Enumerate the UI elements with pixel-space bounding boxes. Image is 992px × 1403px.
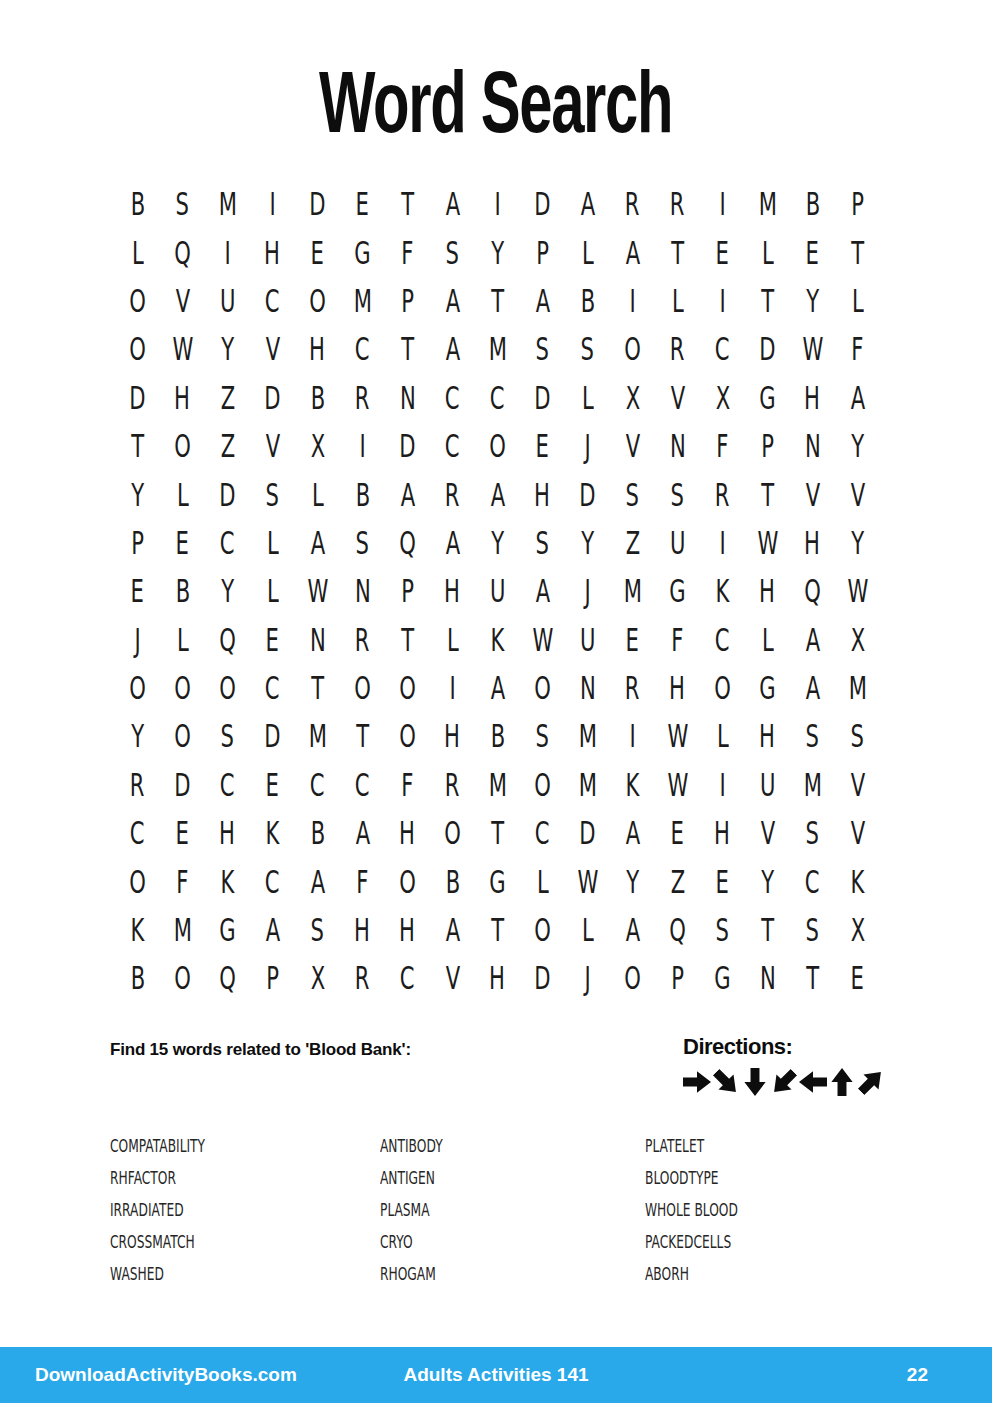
grid-cell: I [700, 761, 745, 809]
grid-cell: U [655, 519, 700, 567]
grid-cell: Y [205, 325, 250, 373]
grid-cell: D [745, 325, 790, 373]
grid-cell: Y [835, 519, 880, 567]
grid-cell: S [160, 180, 205, 228]
grid-cell: W [745, 519, 790, 567]
grid-cell: O [520, 664, 565, 712]
grid-cell: Q [205, 954, 250, 1002]
grid-cell: L [250, 567, 295, 615]
grid-cell: N [790, 422, 835, 470]
grid-cell: T [790, 954, 835, 1002]
grid-cell: H [790, 374, 835, 422]
grid-cell: B [115, 954, 160, 1002]
grid-cell: C [700, 616, 745, 664]
page-title-text: Word Search [319, 56, 672, 148]
grid-cell: I [610, 712, 655, 760]
arrow-down-left-icon [764, 1062, 804, 1102]
grid-cell: S [295, 906, 340, 954]
grid-cell: R [430, 761, 475, 809]
grid-cell: F [700, 422, 745, 470]
letter-grid: BSMIDETAIDARRIMBPLQIHEGFSYPLATELETOVUCOM… [115, 180, 880, 1003]
grid-cell: C [340, 325, 385, 373]
grid-cell: R [340, 616, 385, 664]
grid-cell: Z [205, 374, 250, 422]
grid-cell: Q [790, 567, 835, 615]
grid-cell: L [250, 519, 295, 567]
grid-cell: I [700, 180, 745, 228]
grid-cell: B [340, 470, 385, 518]
grid-cell: B [430, 857, 475, 905]
grid-cell: H [385, 809, 430, 857]
grid-cell: T [115, 422, 160, 470]
grid-cell: F [160, 857, 205, 905]
grid-cell: V [250, 422, 295, 470]
grid-cell: P [835, 180, 880, 228]
grid-cell: O [700, 664, 745, 712]
grid-cell: A [295, 857, 340, 905]
grid-cell: A [475, 470, 520, 518]
word-list-item: IRRADIATED [110, 1194, 242, 1226]
grid-cell: U [475, 567, 520, 615]
grid-cell: A [475, 664, 520, 712]
grid-cell: P [385, 567, 430, 615]
grid-cell: L [835, 277, 880, 325]
grid-cell: Y [565, 519, 610, 567]
grid-cell: P [250, 954, 295, 1002]
grid-cell: B [295, 374, 340, 422]
grid-cell: L [745, 616, 790, 664]
grid-cell: D [160, 761, 205, 809]
page-title: Word Search [0, 56, 992, 148]
word-list-item: COMPATABILITY [110, 1130, 242, 1162]
grid-cell: Y [475, 519, 520, 567]
grid-cell: F [385, 228, 430, 276]
grid-cell: S [655, 470, 700, 518]
grid-cell: V [835, 809, 880, 857]
grid-cell: M [565, 712, 610, 760]
footer-page-number: 22 [907, 1364, 928, 1386]
arrow-left-icon [799, 1068, 827, 1096]
grid-cell: E [655, 809, 700, 857]
grid-cell: S [520, 519, 565, 567]
grid-cell: L [565, 374, 610, 422]
grid-cell: B [790, 180, 835, 228]
grid-cell: O [340, 664, 385, 712]
grid-cell: E [160, 809, 205, 857]
grid-cell: A [430, 906, 475, 954]
grid-cell: M [790, 761, 835, 809]
grid-cell: Q [205, 616, 250, 664]
grid-cell: Y [610, 857, 655, 905]
grid-cell: T [385, 180, 430, 228]
grid-cell: L [160, 616, 205, 664]
grid-cell: A [430, 180, 475, 228]
grid-cell: T [655, 228, 700, 276]
grid-cell: M [340, 277, 385, 325]
grid-cell: R [655, 180, 700, 228]
grid-cell: R [700, 470, 745, 518]
grid-cell: T [340, 712, 385, 760]
grid-cell: V [655, 374, 700, 422]
word-list-column-1: COMPATABILITYRHFACTORIRRADIATEDCROSSMATC… [110, 1130, 242, 1290]
grid-cell: C [475, 374, 520, 422]
grid-cell: D [205, 470, 250, 518]
grid-cell: V [835, 470, 880, 518]
grid-cell: A [610, 809, 655, 857]
grid-cell: L [430, 616, 475, 664]
grid-cell: H [160, 374, 205, 422]
grid-cell: S [565, 325, 610, 373]
grid-cell: K [610, 761, 655, 809]
grid-cell: H [475, 954, 520, 1002]
grid-cell: A [520, 567, 565, 615]
grid-cell: E [115, 567, 160, 615]
grid-cell: Y [835, 422, 880, 470]
grid-cell: F [655, 616, 700, 664]
grid-cell: I [610, 277, 655, 325]
grid-cell: M [745, 180, 790, 228]
grid-cell: Y [115, 470, 160, 518]
grid-cell: W [160, 325, 205, 373]
grid-cell: S [520, 325, 565, 373]
grid-cell: H [340, 906, 385, 954]
grid-cell: O [385, 857, 430, 905]
grid-cell: W [295, 567, 340, 615]
find-words-label: Find 15 words related to 'Blood Bank': [110, 1040, 411, 1060]
grid-cell: G [340, 228, 385, 276]
grid-cell: D [520, 954, 565, 1002]
grid-cell: I [205, 228, 250, 276]
grid-cell: C [430, 374, 475, 422]
grid-cell: O [385, 664, 430, 712]
grid-cell: N [295, 616, 340, 664]
grid-cell: R [430, 470, 475, 518]
grid-cell: L [160, 470, 205, 518]
grid-cell: W [565, 857, 610, 905]
word-list-item: ABORH [645, 1258, 774, 1290]
grid-cell: P [385, 277, 430, 325]
grid-cell: H [700, 809, 745, 857]
grid-cell: L [295, 470, 340, 518]
grid-cell: T [475, 277, 520, 325]
grid-cell: C [115, 809, 160, 857]
grid-cell: D [295, 180, 340, 228]
grid-cell: A [835, 374, 880, 422]
grid-cell: A [610, 906, 655, 954]
grid-cell: E [790, 228, 835, 276]
grid-cell: G [655, 567, 700, 615]
grid-cell: U [745, 761, 790, 809]
grid-cell: E [295, 228, 340, 276]
grid-cell: M [475, 761, 520, 809]
grid-cell: A [790, 616, 835, 664]
grid-cell: M [475, 325, 520, 373]
grid-cell: O [160, 954, 205, 1002]
grid-cell: N [655, 422, 700, 470]
grid-cell: T [745, 906, 790, 954]
word-list-item: PLASMA [380, 1194, 467, 1226]
grid-cell: J [115, 616, 160, 664]
grid-cell: X [700, 374, 745, 422]
grid-cell: W [790, 325, 835, 373]
grid-cell: T [385, 325, 430, 373]
grid-cell: O [115, 857, 160, 905]
word-list-item: BLOODTYPE [645, 1162, 774, 1194]
grid-cell: H [385, 906, 430, 954]
grid-cell: A [250, 906, 295, 954]
grid-cell: L [745, 228, 790, 276]
grid-cell: O [610, 325, 655, 373]
grid-cell: C [250, 857, 295, 905]
grid-cell: Z [205, 422, 250, 470]
grid-cell: C [340, 761, 385, 809]
word-list-item: ANTIBODY [380, 1130, 467, 1162]
grid-cell: I [430, 664, 475, 712]
grid-cell: R [655, 325, 700, 373]
grid-cell: M [160, 906, 205, 954]
direction-arrows [683, 1068, 885, 1096]
grid-cell: F [385, 761, 430, 809]
grid-cell: M [205, 180, 250, 228]
grid-cell: G [700, 954, 745, 1002]
grid-cell: D [250, 712, 295, 760]
grid-cell: M [610, 567, 655, 615]
grid-cell: C [700, 325, 745, 373]
word-list-item: RHOGAM [380, 1258, 467, 1290]
grid-cell: V [790, 470, 835, 518]
grid-cell: O [610, 954, 655, 1002]
grid-cell: L [520, 857, 565, 905]
grid-cell: S [610, 470, 655, 518]
grid-cell: Z [610, 519, 655, 567]
grid-cell: N [745, 954, 790, 1002]
grid-cell: E [835, 954, 880, 1002]
grid-cell: M [835, 664, 880, 712]
grid-cell: S [340, 519, 385, 567]
word-list-item: ANTIGEN [380, 1162, 467, 1194]
grid-cell: O [115, 277, 160, 325]
grid-cell: V [835, 761, 880, 809]
word-list-item: WHOLE BLOOD [645, 1194, 774, 1226]
grid-cell: T [745, 470, 790, 518]
grid-cell: I [700, 519, 745, 567]
grid-cell: E [250, 761, 295, 809]
arrow-up-right-icon [851, 1062, 891, 1102]
directions-label: Directions: [683, 1034, 885, 1060]
grid-cell: C [520, 809, 565, 857]
grid-cell: H [520, 470, 565, 518]
grid-cell: E [160, 519, 205, 567]
grid-cell: H [745, 567, 790, 615]
arrow-down-right-icon [706, 1062, 746, 1102]
grid-cell: O [430, 809, 475, 857]
grid-cell: O [295, 277, 340, 325]
grid-cell: A [385, 470, 430, 518]
grid-cell: V [745, 809, 790, 857]
grid-cell: O [520, 906, 565, 954]
grid-cell: A [295, 519, 340, 567]
grid-cell: O [475, 422, 520, 470]
grid-cell: S [700, 906, 745, 954]
grid-cell: S [430, 228, 475, 276]
word-list-item: CROSSMATCH [110, 1226, 242, 1258]
grid-cell: S [790, 906, 835, 954]
grid-cell: U [205, 277, 250, 325]
word-list-item: RHFACTOR [110, 1162, 242, 1194]
grid-cell: R [610, 664, 655, 712]
grid-cell: H [430, 567, 475, 615]
grid-cell: I [250, 180, 295, 228]
grid-cell: J [565, 954, 610, 1002]
grid-cell: T [295, 664, 340, 712]
grid-cell: K [205, 857, 250, 905]
grid-cell: V [430, 954, 475, 1002]
grid-cell: O [520, 761, 565, 809]
grid-cell: X [610, 374, 655, 422]
grid-cell: E [610, 616, 655, 664]
grid-cell: V [160, 277, 205, 325]
grid-cell: S [520, 712, 565, 760]
word-list-column-2: ANTIBODYANTIGENPLASMACRYORHOGAM [380, 1130, 467, 1290]
grid-cell: Y [790, 277, 835, 325]
grid-cell: X [295, 422, 340, 470]
grid-cell: D [520, 180, 565, 228]
grid-cell: E [700, 228, 745, 276]
grid-cell: P [520, 228, 565, 276]
footer-bar: DownloadActivityBooks.com Adults Activit… [0, 1347, 992, 1403]
grid-cell: R [610, 180, 655, 228]
grid-cell: T [475, 906, 520, 954]
grid-cell: I [340, 422, 385, 470]
grid-cell: H [745, 712, 790, 760]
grid-cell: D [565, 470, 610, 518]
grid-cell: R [340, 374, 385, 422]
grid-cell: C [250, 277, 295, 325]
grid-cell: V [250, 325, 295, 373]
grid-cell: C [205, 519, 250, 567]
word-list-item: WASHED [110, 1258, 242, 1290]
grid-cell: P [655, 954, 700, 1002]
grid-cell: L [700, 712, 745, 760]
grid-cell: C [205, 761, 250, 809]
grid-cell: C [295, 761, 340, 809]
grid-cell: K [250, 809, 295, 857]
grid-cell: L [565, 228, 610, 276]
grid-cell: A [430, 277, 475, 325]
grid-cell: G [205, 906, 250, 954]
grid-cell: W [835, 567, 880, 615]
grid-cell: B [565, 277, 610, 325]
page: Word Search BSMIDETAIDARRIMBPLQIHEGFSYPL… [0, 0, 992, 1403]
grid-cell: A [520, 277, 565, 325]
grid-cell: N [565, 664, 610, 712]
grid-cell: D [250, 374, 295, 422]
grid-cell: D [520, 374, 565, 422]
grid-cell: E [340, 180, 385, 228]
footer-book-title: Adults Activities 141 [0, 1364, 992, 1386]
grid-cell: Q [655, 906, 700, 954]
grid-cell: H [655, 664, 700, 712]
grid-cell: L [115, 228, 160, 276]
grid-cell: S [790, 712, 835, 760]
grid-cell: Z [655, 857, 700, 905]
grid-cell: A [340, 809, 385, 857]
grid-cell: P [745, 422, 790, 470]
grid-cell: X [835, 616, 880, 664]
grid-cell: S [205, 712, 250, 760]
grid-cell: M [295, 712, 340, 760]
grid-cell: S [790, 809, 835, 857]
grid-cell: C [250, 664, 295, 712]
grid-cell: C [790, 857, 835, 905]
grid-cell: I [700, 277, 745, 325]
grid-cell: X [295, 954, 340, 1002]
grid-cell: C [385, 954, 430, 1002]
grid-cell: O [115, 664, 160, 712]
directions-panel: Directions: [683, 1034, 885, 1096]
grid-cell: N [385, 374, 430, 422]
grid-cell: Y [115, 712, 160, 760]
grid-cell: F [835, 325, 880, 373]
grid-cell: W [520, 616, 565, 664]
grid-cell: E [250, 616, 295, 664]
grid-cell: O [160, 664, 205, 712]
grid-cell: E [700, 857, 745, 905]
grid-cell: H [295, 325, 340, 373]
grid-cell: B [160, 567, 205, 615]
grid-cell: Y [745, 857, 790, 905]
grid-cell: Q [385, 519, 430, 567]
grid-cell: K [700, 567, 745, 615]
grid-cell: H [790, 519, 835, 567]
grid-cell: D [115, 374, 160, 422]
grid-cell: J [565, 567, 610, 615]
grid-cell: G [745, 664, 790, 712]
grid-cell: K [835, 857, 880, 905]
grid-cell: H [205, 809, 250, 857]
grid-cell: H [250, 228, 295, 276]
grid-cell: T [385, 616, 430, 664]
word-list-column-3: PLATELETBLOODTYPEWHOLE BLOODPACKEDCELLSA… [645, 1130, 774, 1290]
grid-cell: C [430, 422, 475, 470]
grid-cell: R [340, 954, 385, 1002]
word-list-item: PLATELET [645, 1130, 774, 1162]
grid-cell: T [835, 228, 880, 276]
grid-cell: T [745, 277, 790, 325]
grid-cell: Q [160, 228, 205, 276]
grid-cell: J [565, 422, 610, 470]
grid-cell: G [745, 374, 790, 422]
grid-cell: A [790, 664, 835, 712]
grid-cell: A [430, 519, 475, 567]
grid-cell: P [115, 519, 160, 567]
grid-cell: E [520, 422, 565, 470]
grid-cell: G [475, 857, 520, 905]
word-list-item: PACKEDCELLS [645, 1226, 774, 1258]
grid-cell: Y [475, 228, 520, 276]
grid-cell: O [115, 325, 160, 373]
grid-cell: I [475, 180, 520, 228]
grid-cell: A [610, 228, 655, 276]
grid-cell: V [610, 422, 655, 470]
grid-cell: S [835, 712, 880, 760]
grid-cell: A [430, 325, 475, 373]
grid-cell: Y [205, 567, 250, 615]
grid-cell: O [385, 712, 430, 760]
grid-cell: T [475, 809, 520, 857]
grid-cell: R [115, 761, 160, 809]
grid-cell: D [565, 809, 610, 857]
